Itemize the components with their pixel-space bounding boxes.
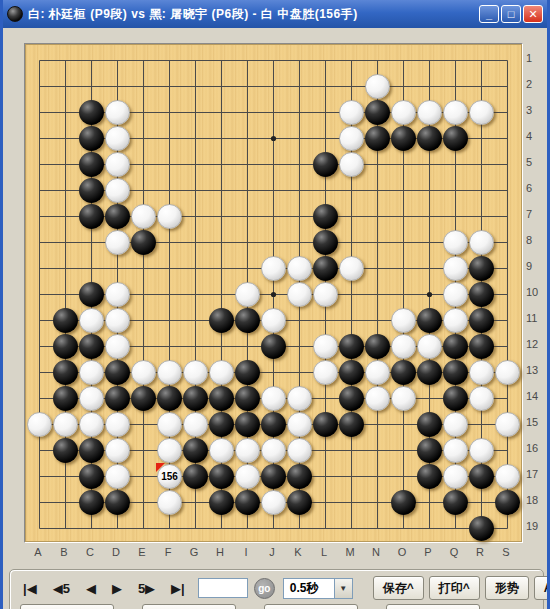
stone-Q16-white	[443, 438, 468, 463]
stone-Q8-white	[443, 230, 468, 255]
minimize-button[interactable]: _	[479, 5, 499, 23]
stone-J15-black	[261, 412, 286, 437]
stone-Q15-white	[443, 412, 468, 437]
stone-N3-black	[365, 100, 390, 125]
stone-G15-white	[183, 412, 208, 437]
stone-G14-black	[183, 386, 208, 411]
column-label-G: G	[186, 546, 202, 558]
stone-N4-black	[365, 126, 390, 151]
window-controls: _□✕	[479, 5, 543, 23]
stone-D6-white	[105, 178, 130, 203]
stone-H14-black	[209, 386, 234, 411]
nav-first-button[interactable]: |◀	[20, 581, 40, 596]
close-button[interactable]: ✕	[523, 5, 543, 23]
title-bar: 白: 朴廷桓 (P9段) vs 黑: 屠晓宇 (P6段) - 白 中盘胜(156…	[3, 0, 547, 28]
column-label-H: H	[212, 546, 228, 558]
row-label-15: 15	[526, 416, 546, 428]
stone-I14-black	[235, 386, 260, 411]
clipped-button[interactable]	[20, 604, 114, 609]
stone-D5-white	[105, 152, 130, 177]
stone-N2-white	[365, 74, 390, 99]
stone-D14-black	[105, 386, 130, 411]
stone-Q18-black	[443, 490, 468, 515]
stone-F17-white: 156	[157, 464, 182, 489]
stone-Q3-white	[443, 100, 468, 125]
column-label-J: J	[264, 546, 280, 558]
column-label-N: N	[368, 546, 384, 558]
row-label-9: 9	[526, 260, 546, 272]
stone-I15-black	[235, 412, 260, 437]
stone-D7-black	[105, 204, 130, 229]
stone-F18-white	[157, 490, 182, 515]
row-label-18: 18	[526, 494, 546, 506]
stone-M4-white	[339, 126, 364, 151]
stone-E13-white	[131, 360, 156, 385]
stone-C11-white	[79, 308, 104, 333]
stone-J16-white	[261, 438, 286, 463]
stone-D10-white	[105, 282, 130, 307]
control-toolbar: |◀◀5◀▶5▶▶| go 0.5秒 ▼ 保存^打印^形势AI	[9, 569, 544, 609]
stone-E8-black	[131, 230, 156, 255]
toolbar-row: |◀◀5◀▶5▶▶| go 0.5秒 ▼ 保存^打印^形势AI	[20, 577, 550, 599]
clipped-button[interactable]	[264, 604, 358, 609]
go-kifu-viewer-window: { "window": { "title": "白: 朴廷桓 (P9段) vs …	[0, 0, 550, 609]
stone-O4-black	[391, 126, 416, 151]
row-label-14: 14	[526, 390, 546, 402]
stone-B11-black	[53, 308, 78, 333]
stone-L13-white	[313, 360, 338, 385]
stone-N14-white	[365, 386, 390, 411]
row-label-6: 6	[526, 182, 546, 194]
save-button[interactable]: 保存^	[373, 576, 424, 600]
stone-R8-white	[469, 230, 494, 255]
stone-M3-white	[339, 100, 364, 125]
stone-C14-white	[79, 386, 104, 411]
stone-C15-white	[79, 412, 104, 437]
column-label-M: M	[342, 546, 358, 558]
stone-F14-black	[157, 386, 182, 411]
row-label-10: 10	[526, 286, 546, 298]
stone-D18-black	[105, 490, 130, 515]
nav-last-button[interactable]: ▶|	[168, 581, 188, 596]
row-label-19: 19	[526, 520, 546, 532]
stone-L7-black	[313, 204, 338, 229]
stone-L5-black	[313, 152, 338, 177]
stone-R16-white	[469, 438, 494, 463]
row-label-11: 11	[526, 312, 546, 324]
row-label-4: 4	[526, 130, 546, 142]
stone-D4-white	[105, 126, 130, 151]
stone-Q13-black	[443, 360, 468, 385]
stone-K17-black	[287, 464, 312, 489]
stone-P4-black	[417, 126, 442, 151]
stone-H11-black	[209, 308, 234, 333]
stone-P15-black	[417, 412, 442, 437]
stone-D12-white	[105, 334, 130, 359]
nav-fwd5-button[interactable]: 5▶	[135, 581, 158, 596]
stone-R13-white	[469, 360, 494, 385]
stone-M14-black	[339, 386, 364, 411]
stone-S13-white	[495, 360, 520, 385]
row-label-7: 7	[526, 208, 546, 220]
stone-G17-black	[183, 464, 208, 489]
stone-I16-white	[235, 438, 260, 463]
chevron-down-icon[interactable]: ▼	[334, 579, 352, 598]
clipped-button[interactable]	[386, 604, 480, 609]
column-label-O: O	[394, 546, 410, 558]
star-point	[427, 292, 432, 297]
stone-C13-white	[79, 360, 104, 385]
stone-P12-white	[417, 334, 442, 359]
stone-Q4-black	[443, 126, 468, 151]
row-label-13: 13	[526, 364, 546, 376]
clipped-button-row	[20, 604, 480, 609]
column-label-R: R	[472, 546, 488, 558]
delay-value: 0.5秒	[284, 580, 334, 597]
stone-M12-black	[339, 334, 364, 359]
stone-L8-black	[313, 230, 338, 255]
stone-Q17-white	[443, 464, 468, 489]
stone-R19-black	[469, 516, 494, 541]
column-label-K: K	[290, 546, 306, 558]
stone-D15-white	[105, 412, 130, 437]
stone-R14-white	[469, 386, 494, 411]
stone-C18-black	[79, 490, 104, 515]
star-point	[271, 136, 276, 141]
stone-G13-white	[183, 360, 208, 385]
stone-O12-white	[391, 334, 416, 359]
stone-I13-black	[235, 360, 260, 385]
stone-A15-white	[27, 412, 52, 437]
column-label-F: F	[160, 546, 176, 558]
stone-P13-black	[417, 360, 442, 385]
stone-K14-white	[287, 386, 312, 411]
stone-J11-white	[261, 308, 286, 333]
stone-F7-white	[157, 204, 182, 229]
stone-L9-black	[313, 256, 338, 281]
stone-P17-black	[417, 464, 442, 489]
stone-I11-black	[235, 308, 260, 333]
stone-G16-black	[183, 438, 208, 463]
stone-R12-black	[469, 334, 494, 359]
row-label-2: 2	[526, 78, 546, 90]
situation-button[interactable]: 形势	[485, 576, 529, 600]
stone-S17-white	[495, 464, 520, 489]
stone-K10-white	[287, 282, 312, 307]
stone-D13-black	[105, 360, 130, 385]
stone-F15-white	[157, 412, 182, 437]
stone-F16-white	[157, 438, 182, 463]
stone-O14-white	[391, 386, 416, 411]
stone-J12-black	[261, 334, 286, 359]
stone-O18-black	[391, 490, 416, 515]
column-label-C: C	[82, 546, 98, 558]
stone-J9-white	[261, 256, 286, 281]
row-label-5: 5	[526, 156, 546, 168]
stone-K15-white	[287, 412, 312, 437]
row-label-1: 1	[526, 52, 546, 64]
stone-Q11-white	[443, 308, 468, 333]
row-label-8: 8	[526, 234, 546, 246]
row-label-3: 3	[526, 104, 546, 116]
stone-O3-white	[391, 100, 416, 125]
stone-D16-white	[105, 438, 130, 463]
stone-L10-white	[313, 282, 338, 307]
app-go-stone-icon	[7, 6, 23, 22]
stone-C4-black	[79, 126, 104, 151]
stone-S15-white	[495, 412, 520, 437]
print-button[interactable]: 打印^	[429, 576, 480, 600]
stone-C16-black	[79, 438, 104, 463]
maximize-button[interactable]: □	[501, 5, 521, 23]
stone-J18-white	[261, 490, 286, 515]
ai-button[interactable]: AI	[534, 576, 550, 600]
stone-C10-black	[79, 282, 104, 307]
stone-J14-white	[261, 386, 286, 411]
stone-I10-white	[235, 282, 260, 307]
board-frame: 156	[24, 43, 523, 543]
stone-K16-white	[287, 438, 312, 463]
stone-E7-white	[131, 204, 156, 229]
delay-dropdown[interactable]: 0.5秒 ▼	[283, 578, 353, 599]
row-label-17: 17	[526, 468, 546, 480]
stone-C6-black	[79, 178, 104, 203]
stone-M9-white	[339, 256, 364, 281]
column-label-B: B	[56, 546, 72, 558]
stone-K9-white	[287, 256, 312, 281]
stone-H18-black	[209, 490, 234, 515]
action-buttons: 保存^打印^形势AI	[373, 576, 550, 600]
column-label-E: E	[134, 546, 150, 558]
stone-I18-black	[235, 490, 260, 515]
stone-D3-white	[105, 100, 130, 125]
stone-B12-black	[53, 334, 78, 359]
stone-H17-black	[209, 464, 234, 489]
stone-H16-white	[209, 438, 234, 463]
stone-H13-white	[209, 360, 234, 385]
column-label-S: S	[498, 546, 514, 558]
stone-E14-black	[131, 386, 156, 411]
stone-I17-white	[235, 464, 260, 489]
clipped-button[interactable]	[142, 604, 236, 609]
star-point	[271, 292, 276, 297]
stone-B13-black	[53, 360, 78, 385]
stone-C7-black	[79, 204, 104, 229]
stone-D11-white	[105, 308, 130, 333]
stone-C3-black	[79, 100, 104, 125]
stone-R9-black	[469, 256, 494, 281]
stone-Q9-white	[443, 256, 468, 281]
stone-B16-black	[53, 438, 78, 463]
window-title: 白: 朴廷桓 (P9段) vs 黑: 屠晓宇 (P6段) - 白 中盘胜(156…	[28, 6, 479, 23]
stone-C17-black	[79, 464, 104, 489]
stone-K18-black	[287, 490, 312, 515]
stone-N12-black	[365, 334, 390, 359]
stone-O11-white	[391, 308, 416, 333]
stone-J17-black	[261, 464, 286, 489]
move-number-input[interactable]	[198, 578, 248, 598]
column-label-P: P	[420, 546, 436, 558]
nav-fwd1-button[interactable]: ▶	[109, 581, 125, 596]
row-label-12: 12	[526, 338, 546, 350]
stone-L15-black	[313, 412, 338, 437]
nav-buttons: |◀◀5◀▶5▶▶|	[20, 581, 188, 596]
stone-R3-white	[469, 100, 494, 125]
stone-Q14-black	[443, 386, 468, 411]
column-label-L: L	[316, 546, 332, 558]
column-label-I: I	[238, 546, 254, 558]
column-label-D: D	[108, 546, 124, 558]
stone-H15-black	[209, 412, 234, 437]
stone-P11-black	[417, 308, 442, 333]
column-label-A: A	[30, 546, 46, 558]
stone-R10-black	[469, 282, 494, 307]
nav-back5-button[interactable]: ◀5	[50, 581, 73, 596]
go-board: 156	[25, 44, 522, 542]
stone-B15-white	[53, 412, 78, 437]
stone-S18-black	[495, 490, 520, 515]
stone-F13-white	[157, 360, 182, 385]
stone-P16-black	[417, 438, 442, 463]
row-label-16: 16	[526, 442, 546, 454]
stone-D17-white	[105, 464, 130, 489]
stone-M15-black	[339, 412, 364, 437]
stone-N13-white	[365, 360, 390, 385]
stone-R11-black	[469, 308, 494, 333]
stone-P3-white	[417, 100, 442, 125]
stone-R17-black	[469, 464, 494, 489]
stone-Q12-black	[443, 334, 468, 359]
move-number-label: 156	[158, 465, 181, 488]
stone-Q10-white	[443, 282, 468, 307]
go-button[interactable]: go	[254, 578, 275, 599]
column-label-Q: Q	[446, 546, 462, 558]
stone-B14-black	[53, 386, 78, 411]
nav-back1-button[interactable]: ◀	[83, 581, 99, 596]
stone-D8-white	[105, 230, 130, 255]
stone-O13-black	[391, 360, 416, 385]
stone-M13-black	[339, 360, 364, 385]
stone-C5-black	[79, 152, 104, 177]
stone-C12-black	[79, 334, 104, 359]
stone-L12-white	[313, 334, 338, 359]
stone-M5-white	[339, 152, 364, 177]
